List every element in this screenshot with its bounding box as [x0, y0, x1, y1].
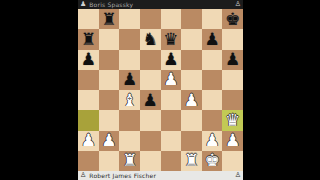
piece-black-rook[interactable]: ♜: [81, 30, 96, 47]
square-g4[interactable]: [202, 90, 223, 110]
piece-white-rook[interactable]: ♜: [184, 152, 199, 169]
square-g2[interactable]: ♟: [202, 131, 223, 151]
square-a6[interactable]: ♟: [78, 50, 99, 70]
square-b1[interactable]: [99, 151, 120, 171]
player-name-bottom: Robert James Fischer: [89, 171, 156, 180]
piece-black-pawn[interactable]: ♟: [204, 30, 219, 47]
piece-white-pawn[interactable]: ♟: [184, 91, 199, 108]
square-g5[interactable]: [202, 70, 223, 90]
square-h4[interactable]: [222, 90, 243, 110]
piece-white-king[interactable]: ♚: [204, 152, 219, 169]
square-d8[interactable]: [140, 9, 161, 29]
square-h5[interactable]: [222, 70, 243, 90]
square-a3[interactable]: [78, 110, 99, 130]
square-a4[interactable]: [78, 90, 99, 110]
chess-app: ♟ Boris Spassky ♙ ♜♚♜♞♛♟♟♟♟♟♟♝♟♟♛♟♟♟♟♜♜♚…: [78, 0, 243, 180]
square-e3[interactable]: [161, 110, 182, 130]
square-f5[interactable]: [181, 70, 202, 90]
square-g7[interactable]: ♟: [202, 29, 223, 49]
square-d1[interactable]: [140, 151, 161, 171]
square-d5[interactable]: [140, 70, 161, 90]
player-bar-top: ♟ Boris Spassky ♙: [78, 0, 243, 9]
square-f1[interactable]: ♜: [181, 151, 202, 171]
square-c5[interactable]: ♟: [119, 70, 140, 90]
square-e7[interactable]: ♛: [161, 29, 182, 49]
piece-white-pawn[interactable]: ♟: [163, 71, 178, 88]
square-d6[interactable]: [140, 50, 161, 70]
player-name-top: Boris Spassky: [89, 0, 133, 9]
square-a1[interactable]: [78, 151, 99, 171]
square-h7[interactable]: [222, 29, 243, 49]
piece-black-pawn[interactable]: ♟: [163, 51, 178, 68]
player-bar-bottom: ♙ Robert James Fischer ♙: [78, 171, 243, 180]
square-e5[interactable]: ♟: [161, 70, 182, 90]
square-b6[interactable]: [99, 50, 120, 70]
square-c1[interactable]: ♜: [119, 151, 140, 171]
white-pawn-icon: ♙: [80, 171, 86, 180]
square-d4[interactable]: ♟: [140, 90, 161, 110]
piece-white-bishop[interactable]: ♝: [122, 91, 137, 108]
square-h2[interactable]: ♟: [222, 131, 243, 151]
square-e2[interactable]: [161, 131, 182, 151]
square-b3[interactable]: [99, 110, 120, 130]
square-h8[interactable]: ♚: [222, 9, 243, 29]
piece-black-rook[interactable]: ♜: [101, 10, 116, 27]
piece-black-pawn[interactable]: ♟: [225, 51, 240, 68]
square-d3[interactable]: [140, 110, 161, 130]
square-g6[interactable]: [202, 50, 223, 70]
piece-black-knight[interactable]: ♞: [143, 30, 158, 47]
material-icon: ♙: [235, 0, 241, 9]
square-c2[interactable]: [119, 131, 140, 151]
square-f8[interactable]: [181, 9, 202, 29]
square-b2[interactable]: ♟: [99, 131, 120, 151]
square-g1[interactable]: ♚: [202, 151, 223, 171]
square-b5[interactable]: [99, 70, 120, 90]
square-a7[interactable]: ♜: [78, 29, 99, 49]
square-f4[interactable]: ♟: [181, 90, 202, 110]
square-a2[interactable]: ♟: [78, 131, 99, 151]
piece-black-pawn[interactable]: ♟: [143, 91, 158, 108]
square-b8[interactable]: ♜: [99, 9, 120, 29]
black-pawn-icon: ♟: [80, 0, 86, 9]
square-c3[interactable]: [119, 110, 140, 130]
square-h1[interactable]: [222, 151, 243, 171]
square-c7[interactable]: [119, 29, 140, 49]
piece-black-pawn[interactable]: ♟: [122, 71, 137, 88]
square-d2[interactable]: [140, 131, 161, 151]
piece-white-queen[interactable]: ♛: [225, 111, 240, 128]
square-e1[interactable]: [161, 151, 182, 171]
square-a8[interactable]: [78, 9, 99, 29]
piece-white-pawn[interactable]: ♟: [204, 132, 219, 149]
square-c8[interactable]: [119, 9, 140, 29]
square-f7[interactable]: [181, 29, 202, 49]
piece-white-pawn[interactable]: ♟: [81, 132, 96, 149]
square-f6[interactable]: [181, 50, 202, 70]
square-g3[interactable]: [202, 110, 223, 130]
square-c4[interactable]: ♝: [119, 90, 140, 110]
square-d7[interactable]: ♞: [140, 29, 161, 49]
chess-board: ♜♚♜♞♛♟♟♟♟♟♟♝♟♟♛♟♟♟♟♜♜♚: [78, 9, 243, 171]
square-e4[interactable]: [161, 90, 182, 110]
piece-black-queen[interactable]: ♛: [163, 30, 178, 47]
piece-white-pawn[interactable]: ♟: [225, 132, 240, 149]
square-f3[interactable]: [181, 110, 202, 130]
square-e6[interactable]: ♟: [161, 50, 182, 70]
square-b7[interactable]: [99, 29, 120, 49]
square-h6[interactable]: ♟: [222, 50, 243, 70]
square-c6[interactable]: [119, 50, 140, 70]
piece-white-pawn[interactable]: ♟: [101, 132, 116, 149]
piece-black-king[interactable]: ♚: [225, 10, 240, 27]
square-a5[interactable]: [78, 70, 99, 90]
square-b4[interactable]: [99, 90, 120, 110]
piece-black-pawn[interactable]: ♟: [81, 51, 96, 68]
square-f2[interactable]: [181, 131, 202, 151]
piece-white-rook[interactable]: ♜: [122, 152, 137, 169]
square-g8[interactable]: [202, 9, 223, 29]
square-h3[interactable]: ♛: [222, 110, 243, 130]
square-e8[interactable]: [161, 9, 182, 29]
material-icon: ♙: [235, 171, 241, 180]
